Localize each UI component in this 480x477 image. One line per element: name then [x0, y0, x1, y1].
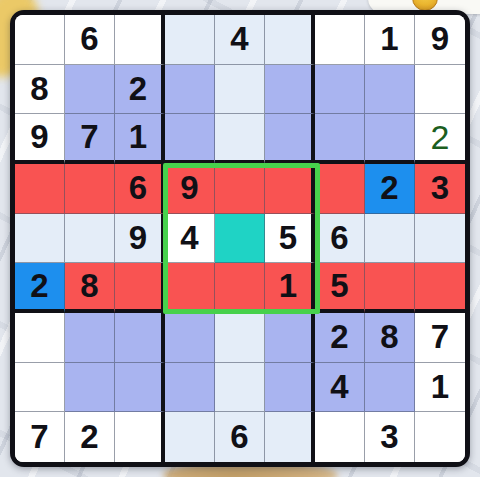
cell-r5c4[interactable]: 4 — [165, 214, 215, 264]
cell-r1c3[interactable] — [115, 15, 165, 65]
cell-r8c3[interactable] — [115, 363, 165, 413]
cell-r1c9[interactable]: 9 — [415, 15, 465, 65]
cell-r2c7[interactable] — [315, 65, 365, 115]
cell-r3c9[interactable]: 2 — [415, 114, 465, 164]
cell-r9c1[interactable]: 7 — [15, 412, 65, 462]
cell-r9c9[interactable] — [415, 412, 465, 462]
cell-r3c8[interactable] — [365, 114, 415, 164]
cell-r6c9[interactable] — [415, 263, 465, 313]
sudoku-board-inner: 6419829712692394562815287417263 — [15, 15, 465, 462]
cell-r5c2[interactable] — [65, 214, 115, 264]
cell-r2c3[interactable]: 2 — [115, 65, 165, 115]
sudoku-board: 6419829712692394562815287417263 — [10, 10, 470, 467]
cell-r9c5[interactable]: 6 — [215, 412, 265, 462]
cell-r1c7[interactable] — [315, 15, 365, 65]
cell-r7c6[interactable] — [265, 313, 315, 363]
cell-r5c6[interactable]: 5 — [265, 214, 315, 264]
cell-r6c1[interactable]: 2 — [15, 263, 65, 313]
cell-r9c7[interactable] — [315, 412, 365, 462]
sudoku-grid: 6419829712692394562815287417263 — [15, 15, 465, 462]
cell-r7c8[interactable]: 8 — [365, 313, 415, 363]
cell-r3c6[interactable] — [265, 114, 315, 164]
app-screen: 6419829712692394562815287417263 — [0, 0, 480, 477]
cell-r3c5[interactable] — [215, 114, 265, 164]
cell-r2c5[interactable] — [215, 65, 265, 115]
cell-r1c1[interactable] — [15, 15, 65, 65]
cell-r7c9[interactable]: 7 — [415, 313, 465, 363]
cell-r9c3[interactable] — [115, 412, 165, 462]
cell-r5c5[interactable] — [215, 214, 265, 264]
cell-r9c6[interactable] — [265, 412, 315, 462]
cell-r4c6[interactable] — [265, 164, 315, 214]
cell-r5c1[interactable] — [15, 214, 65, 264]
cell-r4c7[interactable] — [315, 164, 365, 214]
cell-r6c3[interactable] — [115, 263, 165, 313]
cell-r4c9[interactable]: 3 — [415, 164, 465, 214]
cell-r8c6[interactable] — [265, 363, 315, 413]
cell-r2c8[interactable] — [365, 65, 415, 115]
cell-r8c1[interactable] — [15, 363, 65, 413]
cell-r6c8[interactable] — [365, 263, 415, 313]
cell-r1c5[interactable]: 4 — [215, 15, 265, 65]
cell-r2c1[interactable]: 8 — [15, 65, 65, 115]
cell-r8c5[interactable] — [215, 363, 265, 413]
cell-r8c2[interactable] — [65, 363, 115, 413]
cell-r8c9[interactable]: 1 — [415, 363, 465, 413]
cell-r3c7[interactable] — [315, 114, 365, 164]
cell-r9c8[interactable]: 3 — [365, 412, 415, 462]
cell-r4c8[interactable]: 2 — [365, 164, 415, 214]
cell-r2c4[interactable] — [165, 65, 215, 115]
cell-r7c7[interactable]: 2 — [315, 313, 365, 363]
cell-r5c7[interactable]: 6 — [315, 214, 365, 264]
cell-r3c2[interactable]: 7 — [65, 114, 115, 164]
cell-r4c3[interactable]: 6 — [115, 164, 165, 214]
cell-r9c2[interactable]: 2 — [65, 412, 115, 462]
cell-r7c4[interactable] — [165, 313, 215, 363]
cell-r2c6[interactable] — [265, 65, 315, 115]
cell-r4c2[interactable] — [65, 164, 115, 214]
cell-r7c2[interactable] — [65, 313, 115, 363]
cell-r1c4[interactable] — [165, 15, 215, 65]
cell-r7c5[interactable] — [215, 313, 265, 363]
cell-r1c6[interactable] — [265, 15, 315, 65]
cell-r7c1[interactable] — [15, 313, 65, 363]
cell-r4c4[interactable]: 9 — [165, 164, 215, 214]
cell-r5c3[interactable]: 9 — [115, 214, 165, 264]
cell-r8c8[interactable] — [365, 363, 415, 413]
cell-r4c5[interactable] — [215, 164, 265, 214]
cell-r7c3[interactable] — [115, 313, 165, 363]
cell-r6c5[interactable] — [215, 263, 265, 313]
cell-r6c2[interactable]: 8 — [65, 263, 115, 313]
cell-r6c7[interactable]: 5 — [315, 263, 365, 313]
cell-r2c9[interactable] — [415, 65, 465, 115]
cell-r1c2[interactable]: 6 — [65, 15, 115, 65]
cell-r4c1[interactable] — [15, 164, 65, 214]
cell-r1c8[interactable]: 1 — [365, 15, 415, 65]
cell-r5c9[interactable] — [415, 214, 465, 264]
cell-r2c2[interactable] — [65, 65, 115, 115]
cell-r3c3[interactable]: 1 — [115, 114, 165, 164]
cell-r3c4[interactable] — [165, 114, 215, 164]
cell-r6c4[interactable] — [165, 263, 215, 313]
cell-r9c4[interactable] — [165, 412, 215, 462]
cell-r8c7[interactable]: 4 — [315, 363, 365, 413]
cell-r8c4[interactable] — [165, 363, 215, 413]
cell-r3c1[interactable]: 9 — [15, 114, 65, 164]
cell-r6c6[interactable]: 1 — [265, 263, 315, 313]
cell-r5c8[interactable] — [365, 214, 415, 264]
